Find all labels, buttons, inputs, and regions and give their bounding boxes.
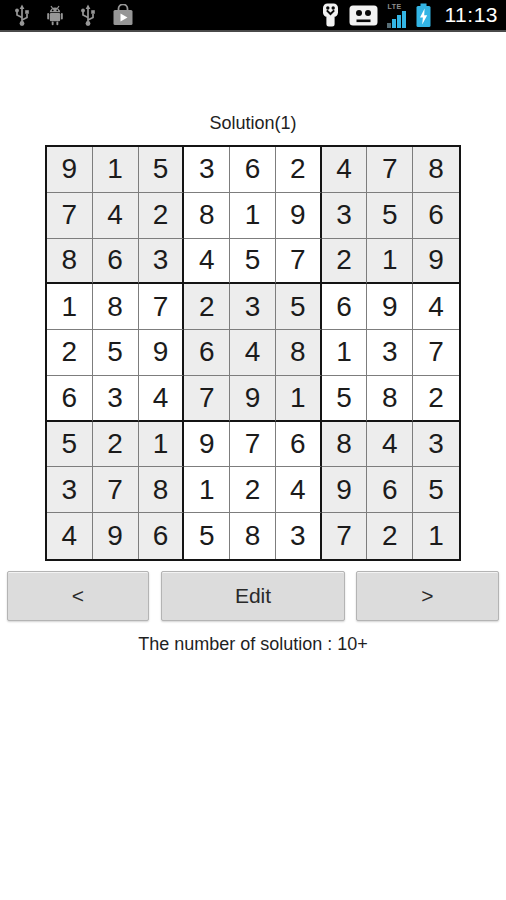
sudoku-cell-r6c5: 9 [230,376,276,422]
usb-icon [80,4,96,27]
sudoku-cell-r7c2: 2 [93,422,139,468]
sudoku-cell-r4c7: 6 [322,284,368,330]
sudoku-cell-r8c5: 2 [230,467,276,513]
sudoku-cell-r4c3: 7 [139,284,185,330]
status-bar-left [8,4,135,27]
sudoku-cell-r9c4: 5 [184,513,230,559]
sudoku-cell-r4c2: 8 [93,284,139,330]
sudoku-cell-r8c9: 5 [413,467,459,513]
robot-face-icon [349,4,378,27]
sudoku-cell-r5c1: 2 [47,330,93,376]
sudoku-cell-r4c6: 5 [276,284,322,330]
sudoku-cell-r4c9: 4 [413,284,459,330]
sudoku-cell-r1c2: 1 [93,147,139,193]
sudoku-cell-r7c1: 5 [47,422,93,468]
sudoku-cell-r8c6: 4 [276,467,322,513]
usb-icon [14,4,30,27]
adb-android-icon [45,4,65,26]
sudoku-cell-r8c8: 6 [367,467,413,513]
sudoku-cell-r9c2: 9 [93,513,139,559]
sudoku-cell-r6c1: 6 [47,376,93,422]
play-store-icon [111,4,135,27]
sudoku-cell-r7c8: 4 [367,422,413,468]
edit-button[interactable]: Edit [161,571,345,621]
sudoku-cell-r5c2: 5 [93,330,139,376]
battery-charging-icon [415,3,432,28]
sudoku-cell-r6c8: 8 [367,376,413,422]
sudoku-cell-r2c5: 1 [230,193,276,239]
sudoku-cell-r7c9: 3 [413,422,459,468]
status-bar: LTE 11:13 [0,0,506,32]
sudoku-cell-r5c5: 4 [230,330,276,376]
clock: 11:13 [445,1,499,29]
shaver-face-icon [321,3,340,28]
sudoku-cell-r7c6: 6 [276,422,322,468]
sudoku-cell-r1c1: 9 [47,147,93,193]
sudoku-cell-r4c8: 9 [367,284,413,330]
sudoku-cell-r8c1: 3 [47,467,93,513]
sudoku-cell-r6c6: 1 [276,376,322,422]
sudoku-cell-r8c3: 8 [139,467,185,513]
sudoku-cell-r2c6: 9 [276,193,322,239]
sudoku-cell-r9c3: 6 [139,513,185,559]
sudoku-cell-r3c2: 6 [93,239,139,285]
app-screen: LTE 11:13 Solution(1) 915362478742819356… [0,0,506,900]
sudoku-cell-r5c9: 7 [413,330,459,376]
sudoku-cell-r5c4: 6 [184,330,230,376]
sudoku-cell-r9c1: 4 [47,513,93,559]
sudoku-cell-r2c8: 5 [367,193,413,239]
sudoku-cell-r1c8: 7 [367,147,413,193]
sudoku-cell-r2c9: 6 [413,193,459,239]
sudoku-cell-r2c4: 8 [184,193,230,239]
sudoku-cell-r6c2: 3 [93,376,139,422]
sudoku-cell-r4c4: 2 [184,284,230,330]
sudoku-cell-r2c1: 7 [47,193,93,239]
sudoku-cell-r5c7: 1 [322,330,368,376]
sudoku-cell-r1c7: 4 [322,147,368,193]
sudoku-cell-r9c9: 1 [413,513,459,559]
sudoku-cell-r5c3: 9 [139,330,185,376]
sudoku-cell-r9c5: 8 [230,513,276,559]
sudoku-board: 9153624787428193568634572191872356942596… [45,145,461,561]
prev-solution-button[interactable]: < [7,571,149,621]
sudoku-cell-r6c9: 2 [413,376,459,422]
network-type-label: LTE [388,3,402,10]
sudoku-cell-r7c5: 7 [230,422,276,468]
status-bar-right: LTE 11:13 [321,1,499,29]
sudoku-cell-r1c5: 6 [230,147,276,193]
next-solution-button[interactable]: > [356,571,499,621]
sudoku-cell-r5c6: 8 [276,330,322,376]
sudoku-cell-r1c6: 2 [276,147,322,193]
sudoku-cell-r8c7: 9 [322,467,368,513]
sudoku-cell-r1c3: 5 [139,147,185,193]
sudoku-cell-r5c8: 3 [367,330,413,376]
sudoku-cell-r4c5: 3 [230,284,276,330]
page-title: Solution(1) [0,113,506,134]
sudoku-cell-r9c8: 2 [367,513,413,559]
sudoku-cell-r4c1: 1 [47,284,93,330]
sudoku-cell-r6c3: 4 [139,376,185,422]
sudoku-cell-r8c4: 1 [184,467,230,513]
sudoku-cell-r9c7: 7 [322,513,368,559]
sudoku-cell-r7c7: 8 [322,422,368,468]
sudoku-cell-r7c4: 9 [184,422,230,468]
sudoku-cell-r2c3: 2 [139,193,185,239]
sudoku-cell-r8c2: 7 [93,467,139,513]
sudoku-cell-r3c5: 5 [230,239,276,285]
sudoku-cell-r7c3: 1 [139,422,185,468]
solution-count-text: The number of solution : 10+ [0,634,506,655]
sudoku-cell-r3c8: 1 [367,239,413,285]
sudoku-cell-r3c4: 4 [184,239,230,285]
sudoku-cell-r9c6: 3 [276,513,322,559]
sudoku-cell-r3c6: 7 [276,239,322,285]
lte-signal-icon: LTE [387,3,406,28]
sudoku-cell-r3c1: 8 [47,239,93,285]
sudoku-cell-r6c7: 5 [322,376,368,422]
sudoku-cell-r2c2: 4 [93,193,139,239]
sudoku-cell-r3c9: 9 [413,239,459,285]
sudoku-cell-r3c7: 2 [322,239,368,285]
sudoku-cell-r6c4: 7 [184,376,230,422]
sudoku-cell-r1c9: 8 [413,147,459,193]
sudoku-cell-r3c3: 3 [139,239,185,285]
sudoku-cell-r2c7: 3 [322,193,368,239]
sudoku-cell-r1c4: 3 [184,147,230,193]
